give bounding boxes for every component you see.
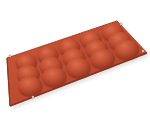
hanging-hole: [32, 96, 35, 99]
hanging-hole: [9, 55, 12, 58]
product-photo: [0, 0, 150, 125]
hanging-hole: [120, 23, 123, 26]
mold-illustration: [0, 0, 150, 125]
cavity-dome: [18, 76, 43, 97]
hanging-hole: [142, 50, 145, 53]
